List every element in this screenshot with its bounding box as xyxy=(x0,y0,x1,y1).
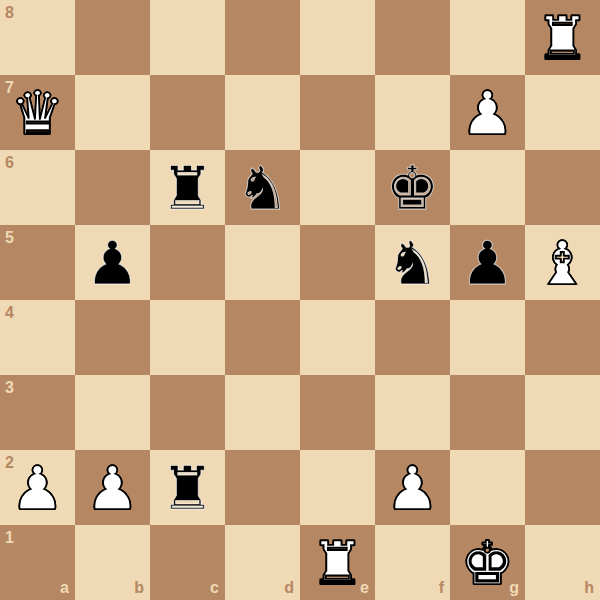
square-a2[interactable]: 2♟ xyxy=(0,450,75,525)
rank-label-4: 4 xyxy=(5,305,14,321)
square-d4[interactable] xyxy=(225,300,300,375)
square-f1[interactable]: f xyxy=(375,525,450,600)
square-c6[interactable]: ♜ xyxy=(150,150,225,225)
white-pawn[interactable]: ♟ xyxy=(375,450,450,525)
square-a8[interactable]: 8 xyxy=(0,0,75,75)
square-g5[interactable]: ♟ xyxy=(450,225,525,300)
square-a4[interactable]: 4 xyxy=(0,300,75,375)
square-h2[interactable] xyxy=(525,450,600,525)
square-h6[interactable] xyxy=(525,150,600,225)
square-b4[interactable] xyxy=(75,300,150,375)
square-g4[interactable] xyxy=(450,300,525,375)
square-b5[interactable]: ♟ xyxy=(75,225,150,300)
square-a7[interactable]: 7♛ xyxy=(0,75,75,150)
square-f6[interactable]: ♚ xyxy=(375,150,450,225)
black-pawn[interactable]: ♟ xyxy=(450,225,525,300)
square-a5[interactable]: 5 xyxy=(0,225,75,300)
square-e6[interactable] xyxy=(300,150,375,225)
square-h3[interactable] xyxy=(525,375,600,450)
square-d6[interactable]: ♞ xyxy=(225,150,300,225)
square-c5[interactable] xyxy=(150,225,225,300)
square-f5[interactable]: ♞ xyxy=(375,225,450,300)
white-pawn[interactable]: ♟ xyxy=(450,75,525,150)
board-wrap: 8♜7♛♟6♜♞♚5♟♞♟♝432♟♟♜♟1abcde♜fg♚h xyxy=(0,0,600,600)
file-label-f: f xyxy=(439,580,444,596)
square-g7[interactable]: ♟ xyxy=(450,75,525,150)
square-b6[interactable] xyxy=(75,150,150,225)
file-label-b: b xyxy=(134,580,144,596)
square-h4[interactable] xyxy=(525,300,600,375)
square-c7[interactable] xyxy=(150,75,225,150)
square-h1[interactable]: h xyxy=(525,525,600,600)
white-pawn[interactable]: ♟ xyxy=(0,450,75,525)
square-g6[interactable] xyxy=(450,150,525,225)
square-g3[interactable] xyxy=(450,375,525,450)
white-queen[interactable]: ♛ xyxy=(0,75,75,150)
black-knight[interactable]: ♞ xyxy=(225,150,300,225)
square-d8[interactable] xyxy=(225,0,300,75)
rank-label-5: 5 xyxy=(5,230,14,246)
square-d2[interactable] xyxy=(225,450,300,525)
file-label-d: d xyxy=(284,580,294,596)
square-d3[interactable] xyxy=(225,375,300,450)
square-c1[interactable]: c xyxy=(150,525,225,600)
white-pawn[interactable]: ♟ xyxy=(75,450,150,525)
square-h7[interactable] xyxy=(525,75,600,150)
square-g8[interactable] xyxy=(450,0,525,75)
white-rook[interactable]: ♜ xyxy=(300,525,375,600)
square-d5[interactable] xyxy=(225,225,300,300)
square-a6[interactable]: 6 xyxy=(0,150,75,225)
rank-label-1: 1 xyxy=(5,530,14,546)
square-f3[interactable] xyxy=(375,375,450,450)
square-a1[interactable]: 1a xyxy=(0,525,75,600)
square-h8[interactable]: ♜ xyxy=(525,0,600,75)
square-a3[interactable]: 3 xyxy=(0,375,75,450)
square-c8[interactable] xyxy=(150,0,225,75)
file-label-h: h xyxy=(584,580,594,596)
rank-label-6: 6 xyxy=(5,155,14,171)
chess-board: 8♜7♛♟6♜♞♚5♟♞♟♝432♟♟♜♟1abcde♜fg♚h xyxy=(0,0,600,600)
square-d1[interactable]: d xyxy=(225,525,300,600)
rank-label-8: 8 xyxy=(5,5,14,21)
square-e5[interactable] xyxy=(300,225,375,300)
square-f2[interactable]: ♟ xyxy=(375,450,450,525)
square-d7[interactable] xyxy=(225,75,300,150)
file-label-c: c xyxy=(210,580,219,596)
black-rook[interactable]: ♜ xyxy=(150,150,225,225)
black-king[interactable]: ♚ xyxy=(375,150,450,225)
square-b2[interactable]: ♟ xyxy=(75,450,150,525)
square-e4[interactable] xyxy=(300,300,375,375)
white-king[interactable]: ♚ xyxy=(450,525,525,600)
square-g2[interactable] xyxy=(450,450,525,525)
square-e1[interactable]: e♜ xyxy=(300,525,375,600)
file-label-a: a xyxy=(60,580,69,596)
white-bishop[interactable]: ♝ xyxy=(525,225,600,300)
square-g1[interactable]: g♚ xyxy=(450,525,525,600)
square-f8[interactable] xyxy=(375,0,450,75)
square-e8[interactable] xyxy=(300,0,375,75)
square-e7[interactable] xyxy=(300,75,375,150)
square-c3[interactable] xyxy=(150,375,225,450)
square-b7[interactable] xyxy=(75,75,150,150)
square-e2[interactable] xyxy=(300,450,375,525)
square-e3[interactable] xyxy=(300,375,375,450)
rank-label-3: 3 xyxy=(5,380,14,396)
square-c2[interactable]: ♜ xyxy=(150,450,225,525)
black-pawn[interactable]: ♟ xyxy=(75,225,150,300)
square-f7[interactable] xyxy=(375,75,450,150)
square-f4[interactable] xyxy=(375,300,450,375)
square-b3[interactable] xyxy=(75,375,150,450)
black-rook[interactable]: ♜ xyxy=(150,450,225,525)
square-b1[interactable]: b xyxy=(75,525,150,600)
square-b8[interactable] xyxy=(75,0,150,75)
square-c4[interactable] xyxy=(150,300,225,375)
square-h5[interactable]: ♝ xyxy=(525,225,600,300)
white-rook[interactable]: ♜ xyxy=(525,0,600,75)
black-knight[interactable]: ♞ xyxy=(375,225,450,300)
